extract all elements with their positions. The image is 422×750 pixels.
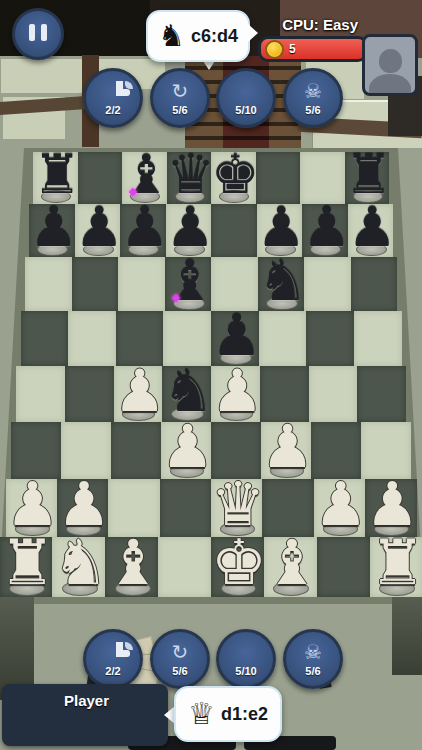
square-d1[interactable]: [158, 537, 211, 597]
black-pawn[interactable]: ♟: [302, 200, 348, 255]
black-pawn[interactable]: ♟: [211, 307, 259, 364]
ability-feather-button[interactable]: 5/10: [216, 68, 276, 128]
white-bishop[interactable]: ♝: [264, 532, 317, 594]
black-pawn[interactable]: ♟: [29, 200, 75, 255]
white-rook[interactable]: ♜: [0, 532, 52, 594]
square-h5[interactable]: [354, 311, 402, 366]
square-b7[interactable]: ♟: [75, 204, 121, 257]
ability-count: 5/6: [305, 665, 320, 677]
square-g4[interactable]: [309, 366, 358, 422]
white-bishop[interactable]: ♝: [105, 532, 158, 594]
ability-undo-button[interactable]: ↻ 5/6: [150, 68, 210, 128]
ability-speed-button-bottom[interactable]: 2/2: [83, 629, 143, 689]
black-pawn[interactable]: ♟: [75, 200, 121, 255]
square-c1[interactable]: ♝: [105, 537, 158, 597]
cpu-move-text: c6:d4: [191, 26, 238, 47]
black-pawn[interactable]: ♟: [120, 200, 166, 255]
black-pawn[interactable]: ♟: [257, 200, 303, 255]
square-a1[interactable]: ♜: [0, 537, 52, 597]
game-screen: ♜♝♛♚♜♟♟♟♟♟♟♟♝♞♟♟♞♟♟♟♟♟♛♟♟♜♞♝♚♝♜ ♞ c6:d4 …: [0, 0, 422, 750]
cpu-coin-count: 5: [289, 39, 296, 59]
black-king[interactable]: ♚: [211, 148, 256, 202]
player-name: Player: [64, 692, 109, 709]
black-pawn[interactable]: ♟: [166, 200, 212, 255]
black-rook[interactable]: ♜: [345, 148, 390, 202]
black-queen[interactable]: ♛: [167, 148, 212, 202]
ability-count: 5/6: [172, 104, 187, 116]
square-c7[interactable]: ♟: [120, 204, 166, 257]
square-e1[interactable]: ♚: [211, 537, 264, 597]
white-pawn[interactable]: ♟: [114, 362, 163, 420]
square-d6[interactable]: ♝: [165, 257, 212, 311]
square-b5[interactable]: [68, 311, 116, 366]
white-rook[interactable]: ♜: [370, 532, 422, 594]
black-knight[interactable]: ♞: [258, 253, 305, 309]
circular-arrows-icon: ↻: [172, 642, 189, 664]
square-g1[interactable]: [317, 537, 370, 597]
white-pawn[interactable]: ♟: [161, 417, 211, 476]
white-pawn[interactable]: ♟: [314, 474, 365, 534]
ability-speed-button[interactable]: 2/2: [83, 68, 143, 128]
white-king[interactable]: ♚: [211, 532, 264, 594]
square-h7[interactable]: ♟: [348, 204, 394, 257]
cpu-move-bubble: ♞ c6:d4: [146, 10, 250, 62]
ability-feather-button-bottom[interactable]: 5/10: [216, 629, 276, 689]
player-move-bubble: ♕ d1:e2: [174, 686, 282, 742]
black-rook[interactable]: ♜: [33, 148, 78, 202]
pause-icon: [26, 24, 50, 45]
ability-count: 5/6: [172, 665, 187, 677]
square-c6[interactable]: [118, 257, 165, 311]
square-a5[interactable]: [21, 311, 69, 366]
ability-count: 2/2: [105, 665, 120, 677]
square-b4[interactable]: [65, 366, 114, 422]
ability-count: 2/2: [105, 104, 120, 116]
square-a7[interactable]: ♟: [29, 204, 75, 257]
white-knight[interactable]: ♞: [52, 532, 105, 594]
white-pawn[interactable]: ♟: [261, 417, 311, 476]
white-pawn[interactable]: ♟: [211, 362, 260, 420]
square-f1[interactable]: ♝: [264, 537, 317, 597]
cpu-coin-bar: 5: [258, 36, 368, 62]
cpu-avatar-silhouette: [379, 49, 402, 73]
skull-icon: ☠: [304, 81, 322, 103]
ability-undo-button-bottom[interactable]: ↻ 5/6: [150, 629, 210, 689]
ability-count: 5/10: [235, 665, 256, 677]
square-g5[interactable]: [306, 311, 354, 366]
cpu-avatar-shoulders: [369, 74, 411, 96]
square-c4[interactable]: ♟: [114, 366, 163, 422]
player-move-text: d1:e2: [221, 704, 268, 725]
square-f3[interactable]: ♟: [261, 422, 311, 479]
black-knight-icon: ♞: [158, 21, 185, 51]
ability-skull-button[interactable]: ☠ 5/6: [283, 68, 343, 128]
square-h1[interactable]: ♜: [370, 537, 422, 597]
black-bishop[interactable]: ♝: [122, 148, 167, 202]
coin-icon: [265, 40, 284, 59]
square-h6[interactable]: [351, 257, 398, 311]
cpu-bubble-tail: [248, 24, 258, 42]
square-e7[interactable]: [211, 204, 257, 257]
square-f6[interactable]: ♞: [258, 257, 305, 311]
pause-button[interactable]: [12, 8, 64, 60]
circular-arrows-icon: ↻: [172, 81, 189, 103]
square-a6[interactable]: [25, 257, 72, 311]
square-g7[interactable]: ♟: [302, 204, 348, 257]
ability-skull-button-bottom[interactable]: ☠ 5/6: [283, 629, 343, 689]
square-d3[interactable]: ♟: [161, 422, 211, 479]
white-queen-icon: ♕: [188, 699, 215, 729]
square-b6[interactable]: [72, 257, 119, 311]
square-d2[interactable]: [160, 479, 211, 537]
square-g2[interactable]: ♟: [314, 479, 365, 537]
ability-count: 5/6: [305, 104, 320, 116]
square-b1[interactable]: ♞: [52, 537, 105, 597]
cpu-difficulty-label: CPU: Easy: [282, 16, 358, 33]
ability-count: 5/10: [235, 104, 256, 116]
square-c3[interactable]: [111, 422, 161, 479]
square-f5[interactable]: [259, 311, 307, 366]
square-a4[interactable]: [16, 366, 65, 422]
square-h4[interactable]: [357, 366, 406, 422]
square-g6[interactable]: [304, 257, 351, 311]
plaza-tile: [0, 58, 90, 94]
square-e8[interactable]: ♚: [211, 152, 256, 204]
skull-icon: ☠: [304, 642, 322, 664]
square-e4[interactable]: ♟: [211, 366, 260, 422]
black-pawn[interactable]: ♟: [348, 200, 394, 255]
cpu-avatar[interactable]: [362, 34, 418, 96]
black-bishop[interactable]: ♝: [165, 253, 212, 309]
black-knight[interactable]: ♞: [162, 362, 211, 420]
